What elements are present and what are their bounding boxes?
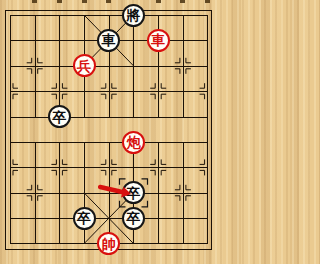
piece-red-cannon[interactable]: 炮 — [122, 131, 145, 154]
piece-red-general[interactable]: 帥 — [97, 232, 120, 255]
piece-black-soldier[interactable]: 卒 — [122, 207, 145, 230]
pieces-layer: 將車車兵卒炮卒卒卒帥 — [0, 0, 223, 264]
piece-black-soldier[interactable]: 卒 — [122, 181, 145, 204]
piece-black-chariot[interactable]: 車 — [97, 29, 120, 52]
piece-black-soldier[interactable]: 卒 — [48, 105, 71, 128]
piece-black-general[interactable]: 將 — [122, 4, 145, 27]
piece-black-soldier[interactable]: 卒 — [73, 207, 96, 230]
board-background: { "game": "xiangqi (Chinese chess)", "po… — [0, 0, 223, 264]
piece-red-chariot[interactable]: 車 — [147, 29, 170, 52]
piece-red-soldier[interactable]: 兵 — [73, 54, 96, 77]
